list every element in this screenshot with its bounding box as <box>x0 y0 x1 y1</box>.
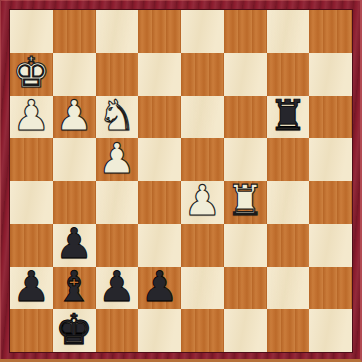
square-e8[interactable] <box>181 10 224 53</box>
square-g2[interactable] <box>267 267 310 310</box>
square-f3[interactable] <box>224 224 267 267</box>
square-c5[interactable]: ♟ <box>96 138 139 181</box>
square-c1[interactable] <box>96 309 139 352</box>
square-h3[interactable] <box>309 224 352 267</box>
square-d5[interactable] <box>138 138 181 181</box>
square-b2[interactable]: ♝ <box>53 267 96 310</box>
black-pawn-b3[interactable]: ♟ <box>55 223 93 265</box>
square-g5[interactable] <box>267 138 310 181</box>
square-h1[interactable] <box>309 309 352 352</box>
square-d7[interactable] <box>138 53 181 96</box>
square-b8[interactable] <box>53 10 96 53</box>
square-d6[interactable] <box>138 96 181 139</box>
square-a7[interactable]: ♚ <box>10 53 53 96</box>
black-king-b1[interactable]: ♚ <box>55 309 93 351</box>
square-a1[interactable] <box>10 309 53 352</box>
white-pawn-e4[interactable]: ♟ <box>184 180 222 222</box>
black-pawn-d2[interactable]: ♟ <box>141 266 179 308</box>
black-pawn-a2[interactable]: ♟ <box>13 266 51 308</box>
square-a4[interactable] <box>10 181 53 224</box>
square-f4[interactable]: ♜ <box>224 181 267 224</box>
square-h6[interactable] <box>309 96 352 139</box>
square-e5[interactable] <box>181 138 224 181</box>
square-h7[interactable] <box>309 53 352 96</box>
square-b6[interactable]: ♟ <box>53 96 96 139</box>
square-c6[interactable]: ♞ <box>96 96 139 139</box>
square-e6[interactable] <box>181 96 224 139</box>
square-e4[interactable]: ♟ <box>181 181 224 224</box>
square-d2[interactable]: ♟ <box>138 267 181 310</box>
black-rook-g6[interactable]: ♜ <box>269 95 307 137</box>
square-f5[interactable] <box>224 138 267 181</box>
square-c8[interactable] <box>96 10 139 53</box>
square-h4[interactable] <box>309 181 352 224</box>
square-e2[interactable] <box>181 267 224 310</box>
square-g1[interactable] <box>267 309 310 352</box>
square-f8[interactable] <box>224 10 267 53</box>
black-bishop-b2[interactable]: ♝ <box>55 266 93 308</box>
square-b7[interactable] <box>53 53 96 96</box>
square-h2[interactable] <box>309 267 352 310</box>
square-f6[interactable] <box>224 96 267 139</box>
white-rook-f4[interactable]: ♜ <box>226 180 264 222</box>
square-g8[interactable] <box>267 10 310 53</box>
white-pawn-a6[interactable]: ♟ <box>13 95 51 137</box>
square-h8[interactable] <box>309 10 352 53</box>
square-g3[interactable] <box>267 224 310 267</box>
square-c2[interactable]: ♟ <box>96 267 139 310</box>
square-c4[interactable] <box>96 181 139 224</box>
square-g6[interactable]: ♜ <box>267 96 310 139</box>
square-a8[interactable] <box>10 10 53 53</box>
square-a2[interactable]: ♟ <box>10 267 53 310</box>
square-d1[interactable] <box>138 309 181 352</box>
white-king-a7[interactable]: ♚ <box>13 52 51 94</box>
square-c7[interactable] <box>96 53 139 96</box>
square-e3[interactable] <box>181 224 224 267</box>
white-pawn-c5[interactable]: ♟ <box>98 138 136 180</box>
square-b1[interactable]: ♚ <box>53 309 96 352</box>
chess-board-frame: ♚♟♟♞♜♟♟♜♟♟♝♟♟♚ <box>0 0 362 362</box>
square-e7[interactable] <box>181 53 224 96</box>
square-d8[interactable] <box>138 10 181 53</box>
square-a5[interactable] <box>10 138 53 181</box>
white-pawn-b6[interactable]: ♟ <box>55 95 93 137</box>
square-d4[interactable] <box>138 181 181 224</box>
square-f2[interactable] <box>224 267 267 310</box>
square-b4[interactable] <box>53 181 96 224</box>
square-g7[interactable] <box>267 53 310 96</box>
square-b3[interactable]: ♟ <box>53 224 96 267</box>
square-e1[interactable] <box>181 309 224 352</box>
square-a3[interactable] <box>10 224 53 267</box>
square-g4[interactable] <box>267 181 310 224</box>
square-h5[interactable] <box>309 138 352 181</box>
chess-board: ♚♟♟♞♜♟♟♜♟♟♝♟♟♚ <box>10 10 352 352</box>
square-f7[interactable] <box>224 53 267 96</box>
black-pawn-c2[interactable]: ♟ <box>98 266 136 308</box>
square-c3[interactable] <box>96 224 139 267</box>
square-a6[interactable]: ♟ <box>10 96 53 139</box>
square-d3[interactable] <box>138 224 181 267</box>
white-knight-c6[interactable]: ♞ <box>98 95 136 137</box>
square-b5[interactable] <box>53 138 96 181</box>
square-f1[interactable] <box>224 309 267 352</box>
